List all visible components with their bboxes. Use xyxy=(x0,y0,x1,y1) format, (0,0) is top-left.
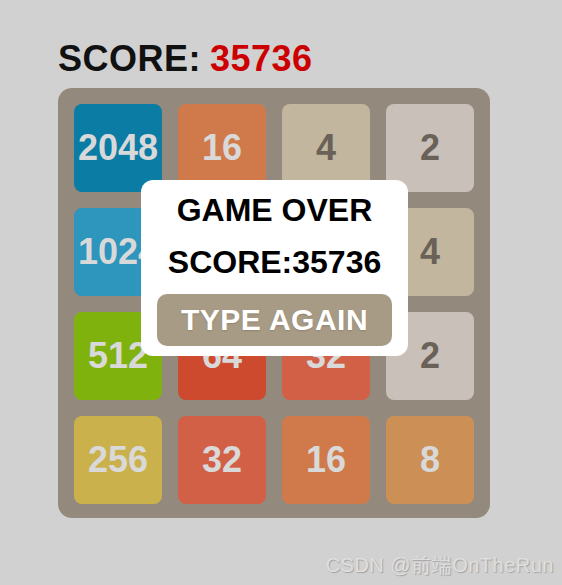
tile-32-r4c2: 32 xyxy=(178,416,266,504)
tile-2-r1c4: 2 xyxy=(386,104,474,192)
tile-2048-r1c1: 2048 xyxy=(74,104,162,192)
score-value: 35736 xyxy=(210,38,313,79)
game-over-title: GAME OVER xyxy=(141,192,408,228)
tile-16-r1c2: 16 xyxy=(178,104,266,192)
tile-8-r4c4: 8 xyxy=(386,416,474,504)
score-header: SCORE:35736 xyxy=(58,38,313,80)
tile-16-r4c3: 16 xyxy=(282,416,370,504)
watermark: CSDN @前端OnTheRun xyxy=(326,552,554,579)
game-over-dialog: GAME OVER SCORE:35736 TYPE AGAIN xyxy=(141,180,408,356)
tile-4-r1c3: 4 xyxy=(282,104,370,192)
type-again-button[interactable]: TYPE AGAIN xyxy=(157,294,392,346)
score-label: SCORE: xyxy=(58,38,201,79)
game-over-score: SCORE:35736 xyxy=(141,244,408,280)
tile-256-r4c1: 256 xyxy=(74,416,162,504)
